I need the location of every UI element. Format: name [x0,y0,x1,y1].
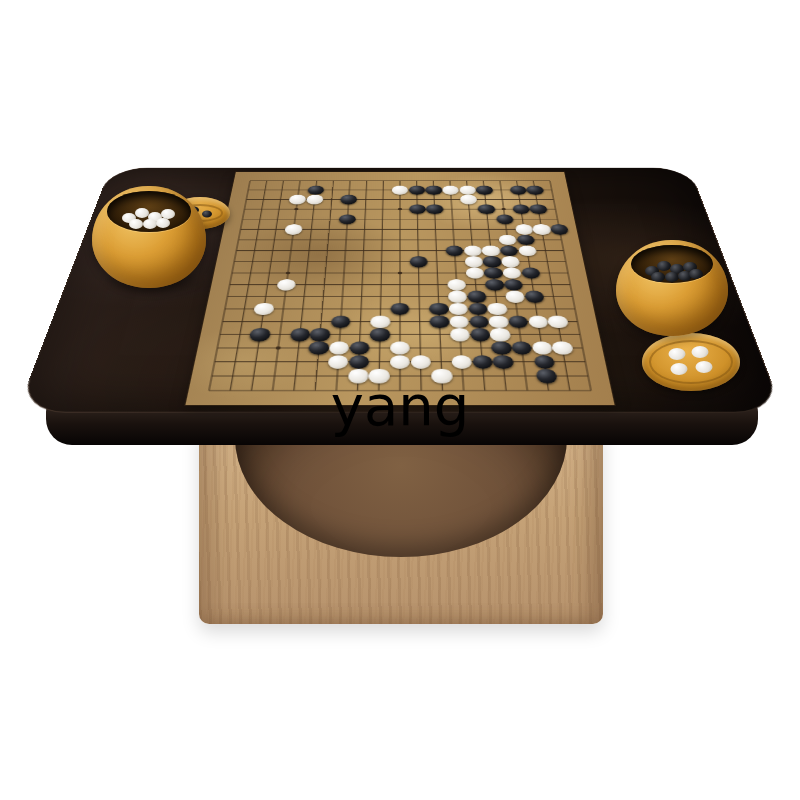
white-stone-in-tray [129,219,143,229]
white-stone-in-tray [135,208,149,218]
star-point [398,208,402,210]
white-stone-in-tray [156,218,170,228]
go-board [185,172,614,405]
product-photo-scene: yang [0,0,800,800]
white-stone-in-tray [696,361,713,373]
black-stone-in-tray [665,272,679,282]
watermark-text: yang [331,378,470,434]
black-stone-in-tray [689,269,703,279]
table-base-cube [199,428,603,624]
star-point [286,272,291,275]
star-point [294,208,299,210]
white-stone-in-tray [143,219,157,229]
star-point [276,346,281,349]
white-stone-in-tray [671,363,688,375]
black-stone-in-tray [202,211,212,218]
black-stone-in-tray [657,261,671,271]
white-stone-bowl [92,186,206,288]
right-bowl-lid [642,333,740,391]
black-stone-bowl-opening [631,245,714,283]
black-stone-in-tray [651,272,665,282]
white-stone-bowl-opening [107,191,191,232]
white-stone-in-tray [692,346,709,358]
white-stone-in-tray [669,348,686,360]
base-circular-cutout [235,428,567,557]
star-point [501,208,506,210]
black-stone-bowl [616,240,728,336]
star-point [398,272,403,275]
